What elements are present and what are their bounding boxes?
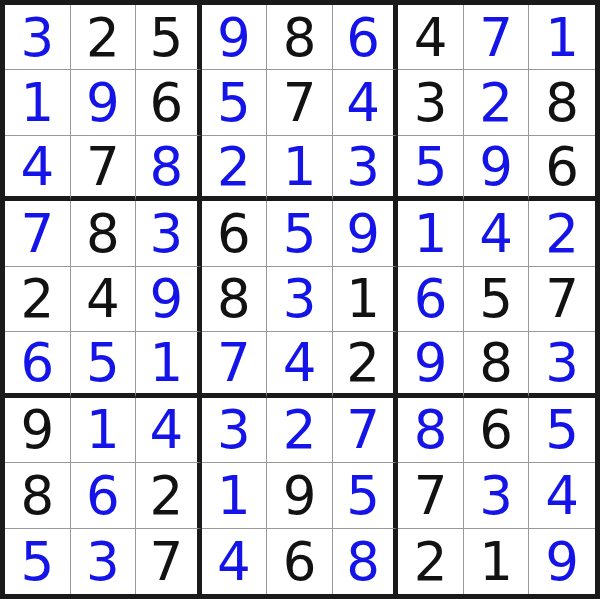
cell-r2c3[interactable]: 6 [136, 70, 202, 135]
cell-r8c5[interactable]: 9 [267, 463, 333, 528]
cell-r5c3[interactable]: 9 [136, 267, 202, 332]
cell-r6c9[interactable]: 3 [529, 332, 595, 397]
cell-r9c3[interactable]: 7 [136, 529, 202, 594]
cell-r1c6[interactable]: 6 [333, 5, 399, 70]
cell-r9c8[interactable]: 1 [464, 529, 530, 594]
cell-r4c5[interactable]: 5 [267, 201, 333, 266]
cell-r1c7[interactable]: 4 [398, 5, 464, 70]
cell-r2c7[interactable]: 3 [398, 70, 464, 135]
cell-r2c8[interactable]: 2 [464, 70, 530, 135]
cell-r5c1[interactable]: 2 [5, 267, 71, 332]
cell-r1c4[interactable]: 9 [202, 5, 268, 70]
cell-r3c6[interactable]: 3 [333, 136, 399, 201]
sudoku-page: 3259864711965743284782135967836591422498… [0, 0, 600, 599]
cell-r4c6[interactable]: 9 [333, 201, 399, 266]
cell-r3c8[interactable]: 9 [464, 136, 530, 201]
cell-r7c2[interactable]: 1 [71, 398, 137, 463]
cell-r1c5[interactable]: 8 [267, 5, 333, 70]
cell-r4c8[interactable]: 4 [464, 201, 530, 266]
cell-r4c2[interactable]: 8 [71, 201, 137, 266]
cell-r6c4[interactable]: 7 [202, 332, 268, 397]
cell-r7c4[interactable]: 3 [202, 398, 268, 463]
cell-r5c9[interactable]: 7 [529, 267, 595, 332]
cell-r6c3[interactable]: 1 [136, 332, 202, 397]
cell-r6c6[interactable]: 2 [333, 332, 399, 397]
cell-r2c6[interactable]: 4 [333, 70, 399, 135]
cell-r9c9[interactable]: 9 [529, 529, 595, 594]
cell-r8c7[interactable]: 7 [398, 463, 464, 528]
cell-r9c4[interactable]: 4 [202, 529, 268, 594]
cell-r5c5[interactable]: 3 [267, 267, 333, 332]
cell-r4c4[interactable]: 6 [202, 201, 268, 266]
cell-r7c7[interactable]: 8 [398, 398, 464, 463]
cell-r4c7[interactable]: 1 [398, 201, 464, 266]
cell-r7c9[interactable]: 5 [529, 398, 595, 463]
cell-r1c1[interactable]: 3 [5, 5, 71, 70]
cell-r9c5[interactable]: 6 [267, 529, 333, 594]
cell-r6c8[interactable]: 8 [464, 332, 530, 397]
cell-r8c1[interactable]: 8 [5, 463, 71, 528]
cell-r3c9[interactable]: 6 [529, 136, 595, 201]
cell-r6c7[interactable]: 9 [398, 332, 464, 397]
cell-r5c2[interactable]: 4 [71, 267, 137, 332]
cell-r1c3[interactable]: 5 [136, 5, 202, 70]
cell-r6c1[interactable]: 6 [5, 332, 71, 397]
cell-r7c6[interactable]: 7 [333, 398, 399, 463]
cell-r6c5[interactable]: 4 [267, 332, 333, 397]
cell-r3c1[interactable]: 4 [5, 136, 71, 201]
cell-r2c1[interactable]: 1 [5, 70, 71, 135]
cell-r8c4[interactable]: 1 [202, 463, 268, 528]
cell-r7c1[interactable]: 9 [5, 398, 71, 463]
cell-r9c7[interactable]: 2 [398, 529, 464, 594]
cell-r1c9[interactable]: 1 [529, 5, 595, 70]
cell-r9c1[interactable]: 5 [5, 529, 71, 594]
cell-r8c2[interactable]: 6 [71, 463, 137, 528]
cell-r5c7[interactable]: 6 [398, 267, 464, 332]
cell-r2c2[interactable]: 9 [71, 70, 137, 135]
cell-r2c9[interactable]: 8 [529, 70, 595, 135]
cell-r4c9[interactable]: 2 [529, 201, 595, 266]
cell-r7c3[interactable]: 4 [136, 398, 202, 463]
cell-r3c3[interactable]: 8 [136, 136, 202, 201]
cell-r9c6[interactable]: 8 [333, 529, 399, 594]
cell-r3c5[interactable]: 1 [267, 136, 333, 201]
cell-r2c5[interactable]: 7 [267, 70, 333, 135]
cell-r3c7[interactable]: 5 [398, 136, 464, 201]
cell-r8c3[interactable]: 2 [136, 463, 202, 528]
cell-r5c6[interactable]: 1 [333, 267, 399, 332]
cell-r8c6[interactable]: 5 [333, 463, 399, 528]
cell-r8c9[interactable]: 4 [529, 463, 595, 528]
cell-r9c2[interactable]: 3 [71, 529, 137, 594]
cell-r6c2[interactable]: 5 [71, 332, 137, 397]
cell-r3c2[interactable]: 7 [71, 136, 137, 201]
cell-r1c2[interactable]: 2 [71, 5, 137, 70]
cell-r4c1[interactable]: 7 [5, 201, 71, 266]
cell-r8c8[interactable]: 3 [464, 463, 530, 528]
cell-r7c8[interactable]: 6 [464, 398, 530, 463]
cell-r7c5[interactable]: 2 [267, 398, 333, 463]
cell-r5c4[interactable]: 8 [202, 267, 268, 332]
cell-r1c8[interactable]: 7 [464, 5, 530, 70]
cell-r2c4[interactable]: 5 [202, 70, 268, 135]
sudoku-board: 3259864711965743284782135967836591422498… [0, 0, 600, 599]
cell-r3c4[interactable]: 2 [202, 136, 268, 201]
cell-r4c3[interactable]: 3 [136, 201, 202, 266]
cell-r5c8[interactable]: 5 [464, 267, 530, 332]
